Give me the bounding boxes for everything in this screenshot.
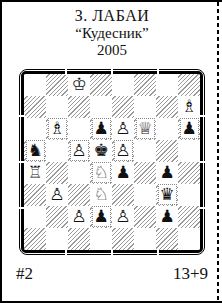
square-d8 [90,74,112,96]
frame-notch [199,115,205,117]
black-pawn-e4: ♟ [113,162,133,183]
white-queen-f6: ♕ [136,118,155,139]
square-c1 [68,228,90,250]
black-king-d5: ♚ [91,140,111,161]
square-h4 [178,162,200,184]
white-knight-d3: ♘ [91,184,111,205]
square-f7 [134,96,156,118]
publication-year: 2005 [2,42,222,59]
square-a2 [24,206,46,228]
square-b2 [46,206,68,228]
frame-notch [199,161,205,163]
white-pawn-b3: ♙ [47,184,67,205]
black-knight-a5: ♞ [26,140,45,161]
frame-notch [111,69,113,75]
square-h5 [178,140,200,162]
square-h7: ♗ [178,96,200,118]
frame-notch [65,69,67,75]
square-a4: ♖ [24,162,46,184]
square-a3 [24,184,46,206]
black-pawn-h6: ♟ [180,118,199,139]
square-b6: ♗ [46,118,68,140]
square-g2: ♟ [156,206,178,228]
square-a5: ♞ [24,140,46,162]
square-g5 [156,140,178,162]
black-pawn-d2: ♟ [92,206,111,227]
frame-notch [19,161,25,163]
square-a6 [24,118,46,140]
white-pawn-c2: ♙ [69,206,89,227]
white-bishop-h7: ♗ [179,96,199,117]
square-f5 [134,140,156,162]
white-pawn-e2: ♙ [113,206,133,227]
frame-notch [65,249,67,255]
square-c8: ♔ [68,74,90,96]
square-d3: ♘ [90,184,112,206]
square-e7 [112,96,134,118]
black-pawn-d6: ♟ [92,118,111,139]
square-f4 [134,162,156,184]
square-g8 [156,74,178,96]
square-h2 [178,206,200,228]
board-frame-inner: ♔♗♗♟♙♕♟♞♙♚♙♖♘♟♟♙♘♛♙♟♙♟ [21,71,203,253]
square-h3 [178,184,200,206]
square-d1 [90,228,112,250]
square-f6: ♕ [134,118,156,140]
square-a8 [24,74,46,96]
square-e3 [112,184,134,206]
square-b4 [46,162,68,184]
square-c4 [68,162,90,184]
square-e5: ♙ [112,140,134,162]
black-queen-g3: ♛ [158,184,177,205]
problem-header: З. ЛАБАИ “Кудесник” 2005 [2,7,222,59]
square-b8 [46,74,68,96]
square-b7 [46,96,68,118]
square-f2 [134,206,156,228]
material-count: 13+9 [173,264,208,284]
square-f1 [134,228,156,250]
square-a1 [24,228,46,250]
square-g3: ♛ [156,184,178,206]
frame-notch [19,115,25,117]
square-g6 [156,118,178,140]
frame-notch [157,69,159,75]
square-d5: ♚ [90,140,112,162]
square-c7 [68,96,90,118]
scanned-diagram-page: З. ЛАБАИ “Кудесник” 2005 ♔♗♗♟♙♕♟♞♙♚♙♖♘♟♟… [0,0,222,303]
white-pawn-e5: ♙ [114,140,133,161]
square-e4: ♟ [112,162,134,184]
white-pawn-c5: ♙ [70,140,89,161]
square-c2: ♙ [68,206,90,228]
square-e8 [112,74,134,96]
source-title: “Кудесник” [2,25,222,42]
square-e6: ♙ [112,118,134,140]
square-h1 [178,228,200,250]
stipulation: #2 [16,264,33,284]
black-pawn-g2: ♟ [157,206,177,227]
white-pawn-e6: ♙ [113,118,133,139]
square-d7 [90,96,112,118]
square-d2: ♟ [90,206,112,228]
square-c3 [68,184,90,206]
frame-notch [157,249,159,255]
clip-mark-dashed-line [217,2,219,301]
square-g4: ♟ [156,162,178,184]
square-h8 [178,74,200,96]
frame-notch [199,207,205,209]
square-d4: ♘ [90,162,112,184]
white-bishop-b6: ♗ [48,118,67,139]
square-d6: ♟ [90,118,112,140]
square-c5: ♙ [68,140,90,162]
board-grid: ♔♗♗♟♙♕♟♞♙♚♙♖♘♟♟♙♘♛♙♟♙♟ [24,74,200,250]
black-pawn-g4: ♟ [157,162,177,183]
square-f3 [134,184,156,206]
square-b1 [46,228,68,250]
author-name: З. ЛАБАИ [2,7,222,25]
square-c6 [68,118,90,140]
square-g7 [156,96,178,118]
board-frame-outer: ♔♗♗♟♙♕♟♞♙♚♙♖♘♟♟♙♘♛♙♟♙♟ [19,69,205,255]
square-e1 [112,228,134,250]
white-king-c8: ♔ [69,74,89,95]
square-e2: ♙ [112,206,134,228]
square-b5 [46,140,68,162]
square-h6: ♟ [178,118,200,140]
frame-notch [19,207,25,209]
square-f8 [134,74,156,96]
square-a7 [24,96,46,118]
white-rook-a4: ♖ [25,162,45,183]
square-g1 [156,228,178,250]
chess-board: ♔♗♗♟♙♕♟♞♙♚♙♖♘♟♟♙♘♛♙♟♙♟ [19,69,205,255]
caption-row: #2 13+9 [16,264,208,284]
white-knight-d4: ♘ [92,162,111,183]
frame-notch [111,249,113,255]
square-b3: ♙ [46,184,68,206]
